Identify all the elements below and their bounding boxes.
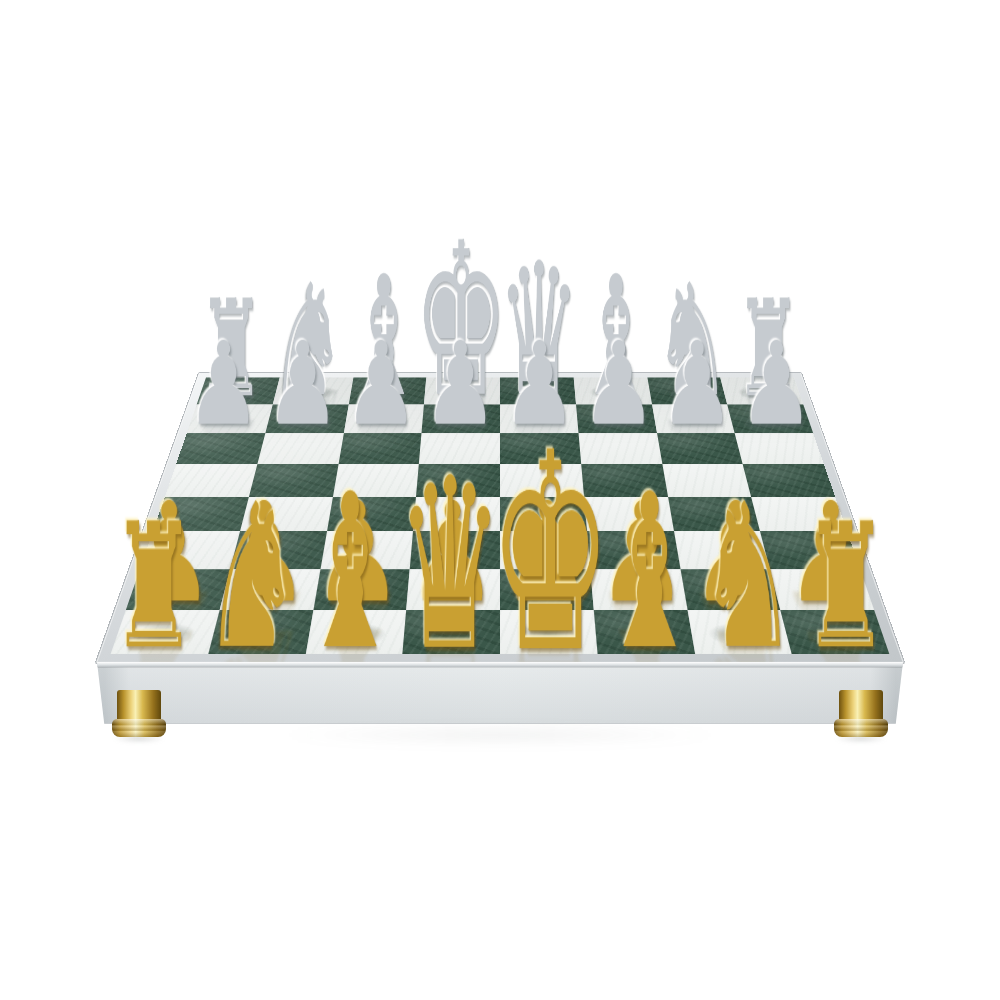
square-c1: ♝♝ (305, 610, 406, 654)
square-a7: ♟♟ (187, 404, 273, 433)
square-e1: ♚♚ (500, 610, 597, 654)
square-b7: ♟♟ (265, 404, 348, 433)
square-d1: ♛♛ (403, 610, 500, 654)
chess-board-frame: ♜♜♞♞♝♝♚♚♛♛♝♝♞♞♜♜♟♟♟♟♟♟♟♟♟♟♟♟♟♟♟♟♟♟♟♟♟♟♟♟… (95, 372, 906, 663)
square-b1: ♞♞ (208, 610, 313, 654)
gold-white-knight-b1: ♞ (202, 478, 302, 677)
foot-neck (839, 690, 883, 720)
gold-foot-right (834, 690, 888, 737)
silver-black-pawn-c7: ♟ (344, 326, 418, 441)
gold-foot-left (112, 690, 166, 737)
product-photo: ♜♜♞♞♝♝♚♚♛♛♝♝♞♞♜♜♟♟♟♟♟♟♟♟♟♟♟♟♟♟♟♟♟♟♟♟♟♟♟♟… (0, 0, 1000, 1000)
gold-white-king-e1: ♚ (489, 416, 612, 689)
silver-black-pawn-b7: ♟ (265, 326, 339, 441)
silver-black-pawn-g7: ♟ (660, 326, 734, 441)
square-h7: ♟♟ (727, 404, 813, 433)
board-base-apron (97, 662, 903, 724)
gold-white-knight-g1: ♞ (698, 478, 798, 677)
square-g7: ♟♟ (652, 404, 735, 433)
ground-shadow (180, 722, 820, 748)
square-g1: ♞♞ (687, 610, 792, 654)
foot-base-rings (834, 719, 888, 737)
silver-black-pawn-h7: ♟ (739, 326, 813, 441)
chess-board-grid: ♜♜♞♞♝♝♚♚♛♛♝♝♞♞♜♜♟♟♟♟♟♟♟♟♟♟♟♟♟♟♟♟♟♟♟♟♟♟♟♟… (111, 377, 890, 654)
board-3d-scene: ♜♜♞♞♝♝♚♚♛♛♝♝♞♞♜♜♟♟♟♟♟♟♟♟♟♟♟♟♟♟♟♟♟♟♟♟♟♟♟♟… (154, 270, 846, 723)
silver-black-pawn-d7: ♟ (423, 326, 497, 441)
gold-white-queen-d1: ♛ (397, 447, 503, 683)
gold-white-rook-h1: ♜ (803, 500, 890, 672)
foot-neck (117, 690, 161, 720)
gold-white-rook-a1: ♜ (111, 500, 198, 672)
silver-black-pawn-a7: ♟ (186, 326, 260, 441)
foot-base-rings (112, 719, 166, 737)
gold-white-bishop-f1: ♝ (599, 466, 699, 680)
board-tilt-plane: ♜♜♞♞♝♝♚♚♛♛♝♝♞♞♜♜♟♟♟♟♟♟♟♟♟♟♟♟♟♟♟♟♟♟♟♟♟♟♟♟… (95, 372, 906, 663)
gold-white-bishop-c1: ♝ (301, 466, 401, 680)
